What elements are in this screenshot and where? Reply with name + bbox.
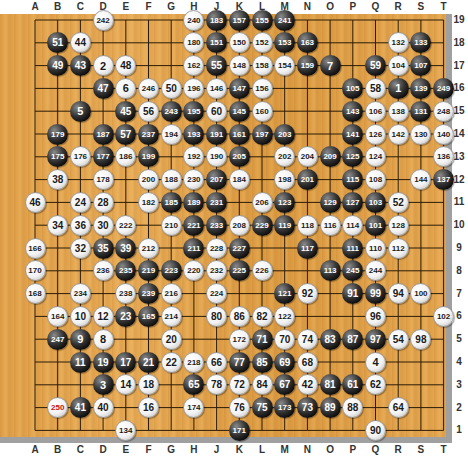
move-number: 22 xyxy=(166,356,177,367)
stone-black-225-K8: 225 xyxy=(229,260,250,281)
move-number: 161 xyxy=(233,129,246,138)
move-number: 34 xyxy=(52,219,63,230)
move-number: 231 xyxy=(210,197,223,206)
stone-white-28-D11: 28 xyxy=(93,192,114,213)
move-number: 191 xyxy=(210,129,223,138)
move-number: 92 xyxy=(302,288,313,299)
stone-black-203-M14: 203 xyxy=(274,124,295,145)
stone-black-241-M19: 241 xyxy=(274,10,295,31)
stone-white-94-R7: 94 xyxy=(388,283,409,304)
stone-white-90-Q1: 90 xyxy=(365,420,386,441)
stone-white-222-E10: 222 xyxy=(115,215,136,236)
move-number: 240 xyxy=(187,15,200,24)
move-number: 218 xyxy=(187,357,200,366)
stone-white-76-K2: 76 xyxy=(229,397,250,418)
column-label-top-R: R xyxy=(395,2,402,12)
stone-white-214-G6: 214 xyxy=(161,306,182,327)
move-number: 166 xyxy=(28,243,41,252)
move-number: 144 xyxy=(414,175,427,184)
stone-black-75-L2: 75 xyxy=(252,397,273,418)
move-number: 66 xyxy=(211,356,222,367)
move-number: 250 xyxy=(51,403,64,412)
move-number: 196 xyxy=(187,83,200,92)
move-number: 97 xyxy=(370,333,381,344)
move-number: 129 xyxy=(323,197,336,206)
stone-black-195-H15: 195 xyxy=(183,101,204,122)
move-number: 186 xyxy=(119,152,132,161)
column-label-bottom-H: H xyxy=(190,445,197,455)
column-label-bottom-E: E xyxy=(122,445,129,455)
row-label-12: 12 xyxy=(453,175,464,185)
row-label-19: 19 xyxy=(453,15,464,25)
stone-white-68-N4: 68 xyxy=(297,352,318,373)
stone-black-233-J10: 233 xyxy=(206,215,227,236)
move-number: 3 xyxy=(100,378,106,390)
move-number: 77 xyxy=(234,356,245,367)
column-label-bottom-T: T xyxy=(441,445,447,455)
stone-black-97-Q5: 97 xyxy=(365,329,386,350)
stone-black-211-H9: 211 xyxy=(183,238,204,259)
stone-black-157-K19: 157 xyxy=(229,10,250,31)
move-number: 78 xyxy=(211,379,222,390)
move-number: 18 xyxy=(143,379,154,390)
column-label-bottom-F: F xyxy=(145,445,151,455)
stone-white-20-G5: 20 xyxy=(161,329,182,350)
stone-white-242-D19: 242 xyxy=(93,10,114,31)
move-number: 145 xyxy=(233,106,246,115)
move-number: 238 xyxy=(119,289,132,298)
stone-black-81-O3: 81 xyxy=(320,374,341,395)
move-number: 20 xyxy=(166,333,177,344)
move-number: 82 xyxy=(256,310,267,321)
stone-black-223-G8: 223 xyxy=(161,260,182,281)
stone-white-128-R10: 128 xyxy=(388,215,409,236)
stone-black-197-L14: 197 xyxy=(252,124,273,145)
row-label-6: 6 xyxy=(456,311,462,321)
move-number: 72 xyxy=(234,379,245,390)
move-number: 17 xyxy=(120,356,131,367)
move-number: 101 xyxy=(369,220,382,229)
stone-white-12-D6: 12 xyxy=(93,306,114,327)
stone-black-69-M4: 69 xyxy=(274,352,295,373)
move-number: 131 xyxy=(414,106,427,115)
stone-white-98-S5: 98 xyxy=(410,329,431,350)
move-number: 24 xyxy=(75,196,86,207)
stone-white-246-F16: 246 xyxy=(138,78,159,99)
column-label-top-A: A xyxy=(31,2,38,12)
stone-white-104-R17: 104 xyxy=(388,55,409,76)
move-number: 126 xyxy=(369,129,382,138)
stone-white-106-Q15: 106 xyxy=(365,101,386,122)
move-number: 158 xyxy=(255,61,268,70)
column-label-bottom-C: C xyxy=(77,445,84,455)
move-number: 146 xyxy=(210,83,223,92)
stone-black-119-M10: 119 xyxy=(274,215,295,236)
stone-white-226-L8: 226 xyxy=(252,260,273,281)
stone-black-9-C5: 9 xyxy=(70,329,91,350)
stone-white-150-K18: 150 xyxy=(229,32,250,53)
stone-white-218-H4: 218 xyxy=(183,352,204,373)
move-number: 224 xyxy=(210,289,223,298)
move-number: 195 xyxy=(187,106,200,115)
stone-black-155-L19: 155 xyxy=(252,10,273,31)
stone-white-122-M6: 122 xyxy=(274,306,295,327)
stone-white-58-Q16: 58 xyxy=(365,78,386,99)
stone-white-160-L15: 160 xyxy=(252,101,273,122)
move-number: 136 xyxy=(437,152,450,161)
move-number: 55 xyxy=(211,60,222,71)
move-number: 87 xyxy=(347,333,358,344)
column-label-top-Q: Q xyxy=(372,2,380,12)
stone-black-123-M11: 123 xyxy=(274,192,295,213)
move-number: 153 xyxy=(278,38,291,47)
move-number: 14 xyxy=(120,379,131,390)
move-number: 2 xyxy=(100,59,106,71)
stone-black-193-H14: 193 xyxy=(183,124,204,145)
stone-white-34-B10: 34 xyxy=(47,215,68,236)
move-number: 194 xyxy=(165,129,178,138)
move-number: 9 xyxy=(77,333,83,345)
stone-white-248-T15: 248 xyxy=(433,101,454,122)
move-number: 60 xyxy=(211,105,222,116)
move-number: 107 xyxy=(414,61,427,70)
row-label-1: 1 xyxy=(456,425,462,435)
stone-white-50-G16: 50 xyxy=(161,78,182,99)
move-number: 90 xyxy=(370,424,381,435)
row-label-9: 9 xyxy=(456,243,462,253)
stone-black-117-N9: 117 xyxy=(297,238,318,259)
column-label-top-G: G xyxy=(167,2,175,12)
stone-white-234-C7: 234 xyxy=(70,283,91,304)
move-number: 122 xyxy=(278,311,291,320)
move-number: 49 xyxy=(52,60,63,71)
column-label-bottom-P: P xyxy=(349,445,356,455)
stone-white-30-D10: 30 xyxy=(93,215,114,236)
stone-white-80-J6: 80 xyxy=(206,306,227,327)
column-label-top-F: F xyxy=(145,2,151,12)
move-number: 247 xyxy=(51,334,64,343)
stone-black-1-R16: 1 xyxy=(388,78,409,99)
move-number: 237 xyxy=(142,129,155,138)
move-number: 99 xyxy=(370,288,381,299)
move-number: 249 xyxy=(437,83,450,92)
move-number: 7 xyxy=(327,59,333,71)
move-number: 185 xyxy=(165,197,178,206)
column-label-bottom-B: B xyxy=(54,445,61,455)
move-number: 140 xyxy=(437,129,450,138)
move-number: 206 xyxy=(255,197,268,206)
column-label-bottom-R: R xyxy=(395,445,402,455)
move-number: 222 xyxy=(119,220,132,229)
move-number: 183 xyxy=(210,15,223,24)
move-number: 132 xyxy=(392,38,405,47)
stone-white-32-C9: 32 xyxy=(70,238,91,259)
move-number: 56 xyxy=(143,105,154,116)
stone-black-145-K15: 145 xyxy=(229,101,250,122)
stone-white-4-Q4: 4 xyxy=(365,352,386,373)
stone-white-82-L6: 82 xyxy=(252,306,273,327)
move-number: 67 xyxy=(279,379,290,390)
stone-black-47-D16: 47 xyxy=(93,78,114,99)
stone-black-165-F6: 165 xyxy=(138,306,159,327)
stone-black-227-K9: 227 xyxy=(229,238,250,259)
stone-white-130-S14: 130 xyxy=(410,124,431,145)
stone-white-132-R18: 132 xyxy=(388,32,409,53)
move-number: 173 xyxy=(278,403,291,412)
stone-black-43-C17: 43 xyxy=(70,55,91,76)
stone-black-201-N12: 201 xyxy=(297,169,318,190)
column-label-bottom-S: S xyxy=(418,445,425,455)
go-game-record-screen: ABCDEFGHJKLMNOPQRST ABCDEFGHJKLMNOPQRST … xyxy=(0,0,468,458)
move-number: 28 xyxy=(98,196,109,207)
move-number: 229 xyxy=(255,220,268,229)
stone-black-231-J11: 231 xyxy=(206,192,227,213)
row-label-16: 16 xyxy=(453,83,464,93)
move-number: 192 xyxy=(187,152,200,161)
move-number: 246 xyxy=(142,83,155,92)
move-number: 180 xyxy=(187,38,200,47)
stone-black-71-L5: 71 xyxy=(252,329,273,350)
row-label-11: 11 xyxy=(454,197,465,207)
stone-white-46-A11: 46 xyxy=(25,192,46,213)
stone-white-74-N5: 74 xyxy=(297,329,318,350)
column-label-bottom-Q: Q xyxy=(372,445,380,455)
column-label-bottom-N: N xyxy=(304,445,311,455)
stone-white-110-Q9: 110 xyxy=(365,238,386,259)
move-number: 164 xyxy=(51,311,64,320)
column-label-top-P: P xyxy=(349,2,356,12)
move-number: 44 xyxy=(75,37,86,48)
move-number: 127 xyxy=(346,197,359,206)
stone-white-158-L17: 158 xyxy=(252,55,273,76)
move-number: 147 xyxy=(233,83,246,92)
stone-white-182-F11: 182 xyxy=(138,192,159,213)
move-number: 59 xyxy=(370,60,381,71)
stone-white-168-A7: 168 xyxy=(25,283,46,304)
move-number: 40 xyxy=(98,402,109,413)
stone-white-116-O10: 116 xyxy=(320,215,341,236)
row-label-3: 3 xyxy=(456,380,462,390)
stone-white-194-G14: 194 xyxy=(161,124,182,145)
move-number: 190 xyxy=(210,152,223,161)
stone-white-146-J16: 146 xyxy=(206,78,227,99)
move-number: 96 xyxy=(370,310,381,321)
column-label-top-S: S xyxy=(418,2,425,12)
move-number: 174 xyxy=(187,403,200,412)
move-number: 204 xyxy=(301,152,314,161)
move-number: 139 xyxy=(414,83,427,92)
stone-white-70-M5: 70 xyxy=(274,329,295,350)
stone-black-3-D3: 3 xyxy=(93,374,114,395)
move-number: 36 xyxy=(75,219,86,230)
stone-black-35-D9: 35 xyxy=(93,238,114,259)
column-label-top-B: B xyxy=(54,2,61,12)
move-number: 248 xyxy=(437,106,450,115)
move-number: 178 xyxy=(96,175,109,184)
move-number: 198 xyxy=(278,175,291,184)
move-number: 151 xyxy=(210,38,223,47)
move-number: 39 xyxy=(120,242,131,253)
stone-white-236-D8: 236 xyxy=(93,260,114,281)
stone-black-131-S15: 131 xyxy=(410,101,431,122)
move-number: 228 xyxy=(210,243,223,252)
column-label-bottom-J: J xyxy=(214,445,220,455)
move-number: 68 xyxy=(302,356,313,367)
move-number: 58 xyxy=(370,82,381,93)
move-number: 43 xyxy=(75,60,86,71)
move-number: 46 xyxy=(29,196,40,207)
move-number: 128 xyxy=(392,220,405,229)
move-number: 197 xyxy=(255,129,268,138)
move-number: 54 xyxy=(393,333,404,344)
stone-black-161-K14: 161 xyxy=(229,124,250,145)
move-number: 187 xyxy=(96,129,109,138)
move-number: 242 xyxy=(96,15,109,24)
move-number: 42 xyxy=(302,379,313,390)
stone-white-54-R5: 54 xyxy=(388,329,409,350)
stone-black-85-L4: 85 xyxy=(252,352,273,373)
stone-white-40-D2: 40 xyxy=(93,397,114,418)
move-number: 35 xyxy=(98,242,109,253)
column-label-bottom-M: M xyxy=(281,445,289,455)
move-number: 89 xyxy=(325,402,336,413)
move-number: 84 xyxy=(256,379,267,390)
stone-white-86-K6: 86 xyxy=(229,306,250,327)
move-number: 202 xyxy=(278,152,291,161)
stone-white-108-Q12: 108 xyxy=(365,169,386,190)
stone-black-41-C2: 41 xyxy=(70,397,91,418)
stone-black-229-L10: 229 xyxy=(252,215,273,236)
stone-white-208-K10: 208 xyxy=(229,215,250,236)
move-number: 163 xyxy=(301,38,314,47)
move-number: 11 xyxy=(75,356,86,367)
move-number: 170 xyxy=(28,266,41,275)
row-label-14: 14 xyxy=(453,129,464,139)
move-number: 41 xyxy=(75,402,86,413)
stone-white-140-T14: 140 xyxy=(433,124,454,145)
stone-black-45-E15: 45 xyxy=(115,101,136,122)
stone-black-179-B14: 179 xyxy=(47,124,68,145)
move-number: 175 xyxy=(51,152,64,161)
column-label-top-E: E xyxy=(122,2,129,12)
move-number: 210 xyxy=(165,220,178,229)
stone-white-72-K3: 72 xyxy=(229,374,250,395)
move-number: 193 xyxy=(187,129,200,138)
move-number: 48 xyxy=(120,60,131,71)
stone-black-103-Q11: 103 xyxy=(365,192,386,213)
row-label-8: 8 xyxy=(456,266,462,276)
move-number: 23 xyxy=(120,310,131,321)
move-number: 207 xyxy=(210,175,223,184)
move-number: 165 xyxy=(142,311,155,320)
stone-black-19-D4: 19 xyxy=(93,352,114,373)
move-number: 47 xyxy=(98,82,109,93)
stone-black-39-E9: 39 xyxy=(115,238,136,259)
move-number: 45 xyxy=(120,105,131,116)
move-number: 38 xyxy=(52,174,63,185)
move-number: 155 xyxy=(255,15,268,24)
stone-white-126-Q14: 126 xyxy=(365,124,386,145)
move-number: 245 xyxy=(346,266,359,275)
move-number: 51 xyxy=(52,37,63,48)
move-number: 123 xyxy=(278,197,291,206)
move-number: 156 xyxy=(255,83,268,92)
stone-black-221-H10: 221 xyxy=(183,215,204,236)
move-number: 148 xyxy=(233,61,246,70)
stone-black-17-E4: 17 xyxy=(115,352,136,373)
move-number: 230 xyxy=(187,175,200,184)
move-number: 80 xyxy=(211,310,222,321)
move-number: 150 xyxy=(233,38,246,47)
stone-black-59-Q17: 59 xyxy=(365,55,386,76)
stone-white-228-J9: 228 xyxy=(206,238,227,259)
move-number: 16 xyxy=(143,402,154,413)
stone-white-114-P10: 114 xyxy=(342,215,363,236)
stone-white-66-J4: 66 xyxy=(206,352,227,373)
stone-black-171-K1: 171 xyxy=(229,420,250,441)
stone-white-170-A8: 170 xyxy=(25,260,46,281)
stone-black-183-J19: 183 xyxy=(206,10,227,31)
stone-white-96-Q6: 96 xyxy=(365,306,386,327)
column-label-top-O: O xyxy=(326,2,334,12)
move-number: 65 xyxy=(188,379,199,390)
move-number: 157 xyxy=(233,15,246,24)
move-number: 225 xyxy=(233,266,246,275)
move-number: 98 xyxy=(415,333,426,344)
move-number: 118 xyxy=(301,220,314,229)
move-number: 134 xyxy=(119,425,132,434)
stone-white-188-G12: 188 xyxy=(161,169,182,190)
move-number: 179 xyxy=(51,129,64,138)
move-number: 50 xyxy=(166,82,177,93)
stone-black-73-N2: 73 xyxy=(297,397,318,418)
move-number: 106 xyxy=(369,106,382,115)
row-label-15: 15 xyxy=(453,106,464,116)
row-label-10: 10 xyxy=(453,220,464,230)
stone-white-156-L16: 156 xyxy=(252,78,273,99)
move-number: 117 xyxy=(301,243,314,252)
column-label-top-T: T xyxy=(441,2,447,12)
move-number: 203 xyxy=(278,129,291,138)
move-number: 74 xyxy=(302,333,313,344)
move-number: 176 xyxy=(74,152,87,161)
stone-white-206-L11: 206 xyxy=(252,192,273,213)
move-number: 241 xyxy=(278,15,291,24)
move-number: 113 xyxy=(324,266,337,275)
stone-black-205-K13: 205 xyxy=(229,146,250,167)
move-number: 116 xyxy=(324,220,337,229)
stone-white-172-K5: 172 xyxy=(229,329,250,350)
move-number: 115 xyxy=(346,175,359,184)
column-label-bottom-L: L xyxy=(259,445,265,455)
column-label-bottom-D: D xyxy=(99,445,106,455)
move-number: 160 xyxy=(255,106,268,115)
move-number: 81 xyxy=(325,379,336,390)
stone-white-22-G4: 22 xyxy=(161,352,182,373)
stone-white-200-F12: 200 xyxy=(138,169,159,190)
move-number: 61 xyxy=(347,379,358,390)
stone-white-216-G7: 216 xyxy=(161,283,182,304)
move-number: 105 xyxy=(346,83,359,92)
move-number: 75 xyxy=(256,402,267,413)
move-number: 205 xyxy=(233,152,246,161)
move-number: 244 xyxy=(369,266,382,275)
column-label-top-C: C xyxy=(77,2,84,12)
stone-black-177-D13: 177 xyxy=(93,146,114,167)
move-number: 236 xyxy=(96,266,109,275)
move-number: 108 xyxy=(369,175,382,184)
column-label-top-N: N xyxy=(304,2,311,12)
